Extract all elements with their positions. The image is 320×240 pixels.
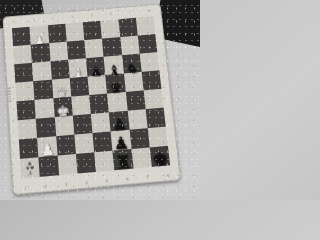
coord-mark: 7 bbox=[146, 175, 149, 180]
square-g2 bbox=[129, 128, 149, 149]
piece-black-rook-f1: ♜ bbox=[114, 154, 131, 171]
square-e8 bbox=[83, 21, 102, 40]
square-e4 bbox=[89, 94, 109, 114]
square-a3 bbox=[18, 119, 38, 140]
piece-white-pawn-b8: ♟ bbox=[34, 36, 44, 46]
square-a1: ♞♛♚♝ bbox=[20, 157, 40, 178]
coord-mark: 7 bbox=[129, 10, 132, 15]
coord-mark: 5 bbox=[105, 178, 108, 183]
square-c1 bbox=[57, 154, 77, 175]
piece-black-queen-f5: ♛ bbox=[109, 82, 122, 94]
piece-black-pawn-f3: ♟ bbox=[112, 118, 127, 132]
square-c8 bbox=[47, 24, 66, 43]
square-f1: ♜ bbox=[113, 149, 133, 170]
chessboard-mat: CHESS 12345678 ♟♝♟♝♞♛♛♚♟♟♟♞♛♚♝♜♚ 1234567… bbox=[2, 4, 181, 196]
coord-mark: 6 bbox=[126, 176, 129, 181]
square-c5: ♛ bbox=[51, 78, 71, 98]
square-d6: ♝ bbox=[68, 58, 88, 78]
piece-black-king-h1: ♚ bbox=[151, 151, 169, 168]
square-f7 bbox=[102, 37, 122, 57]
square-b4 bbox=[35, 98, 55, 118]
square-f6: ♝ bbox=[104, 55, 124, 75]
coord-mark: 3 bbox=[65, 182, 68, 187]
coord-mark: 8 bbox=[166, 173, 169, 178]
square-c6 bbox=[50, 60, 69, 80]
square-b2: ♟ bbox=[37, 136, 57, 157]
coord-mark: 1 bbox=[24, 185, 27, 190]
square-h6 bbox=[139, 52, 159, 72]
coord-mark: 4 bbox=[85, 180, 88, 185]
square-d4 bbox=[71, 95, 91, 115]
square-e1 bbox=[94, 151, 114, 172]
piece-white-bishop-d6: ♝ bbox=[72, 67, 84, 79]
square-h2 bbox=[147, 127, 167, 148]
coord-mark: 4 bbox=[71, 15, 74, 20]
piece-black-bishop-f6: ♝ bbox=[108, 64, 121, 76]
square-g3 bbox=[127, 109, 147, 130]
square-a8 bbox=[12, 27, 31, 46]
square-a6 bbox=[14, 63, 33, 83]
square-g4 bbox=[125, 90, 145, 110]
square-c2 bbox=[56, 135, 76, 156]
square-d3 bbox=[73, 114, 93, 135]
square-h3 bbox=[145, 108, 165, 129]
piece-white-king-c4: ♚ bbox=[56, 105, 70, 118]
square-b5 bbox=[33, 80, 52, 100]
square-a7 bbox=[13, 45, 32, 65]
square-a5 bbox=[15, 81, 34, 101]
piece-white-queen-c5: ♛ bbox=[55, 87, 68, 99]
square-h1: ♚ bbox=[150, 146, 171, 167]
square-d1 bbox=[76, 152, 96, 173]
square-d2 bbox=[74, 133, 94, 154]
square-e3 bbox=[91, 112, 111, 133]
board-grid: ♟♝♟♝♞♛♛♚♟♟♟♞♛♚♝♜♚ bbox=[12, 16, 170, 178]
photo-overhead-chessboard: { "game": "chess", "scene": "overhead ph… bbox=[0, 0, 200, 200]
coord-mark: 5 bbox=[90, 13, 93, 18]
square-d8 bbox=[65, 22, 84, 41]
square-h7 bbox=[138, 34, 158, 54]
brand-emblem: ♞♛♚♝ bbox=[20, 157, 40, 178]
square-b8: ♟ bbox=[30, 25, 49, 44]
coord-mark: 8 bbox=[148, 8, 151, 13]
square-g8 bbox=[118, 18, 138, 37]
square-e6: ♟ bbox=[86, 57, 106, 77]
square-g6: ♞ bbox=[122, 54, 142, 74]
piece-black-knight-g6: ♞ bbox=[126, 62, 139, 74]
coord-mark: 2 bbox=[33, 18, 36, 23]
square-h4 bbox=[143, 89, 163, 109]
coord-mark: 2 bbox=[44, 184, 47, 189]
piece-white-pawn-b2: ♟ bbox=[39, 142, 55, 158]
piece-black-pawn-f2: ♟ bbox=[113, 136, 129, 152]
square-d7 bbox=[67, 40, 86, 60]
square-h5 bbox=[141, 70, 161, 90]
square-f3: ♟ bbox=[109, 111, 129, 132]
square-a4 bbox=[16, 100, 35, 120]
square-e2 bbox=[92, 131, 112, 152]
square-b6 bbox=[32, 61, 51, 81]
square-b3 bbox=[36, 117, 56, 138]
square-g1 bbox=[131, 147, 152, 168]
square-e7 bbox=[84, 39, 103, 59]
square-h8 bbox=[136, 16, 156, 35]
square-g7 bbox=[120, 36, 140, 56]
coord-mark: 6 bbox=[110, 11, 113, 16]
coord-mark: 3 bbox=[52, 16, 55, 21]
coord-mark: 1 bbox=[13, 19, 16, 24]
square-a2 bbox=[19, 138, 39, 159]
square-c7 bbox=[49, 42, 68, 62]
piece-black-pawn-e6: ♟ bbox=[90, 66, 102, 78]
square-f8 bbox=[100, 19, 119, 38]
